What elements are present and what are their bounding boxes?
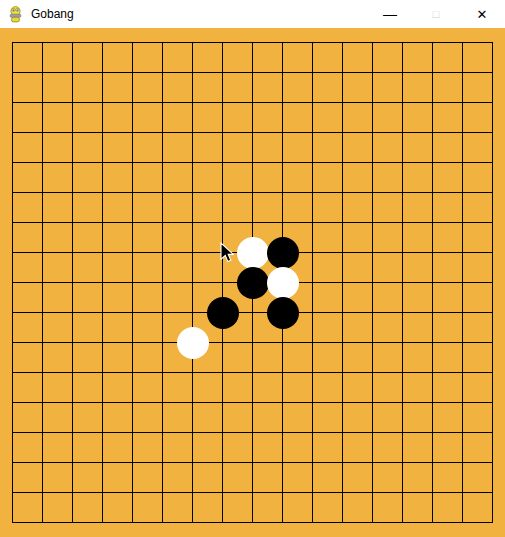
grid-cell[interactable] bbox=[72, 162, 102, 192]
grid-cell[interactable] bbox=[372, 72, 402, 102]
grid-cell[interactable] bbox=[72, 402, 102, 432]
black-stone bbox=[267, 237, 299, 269]
grid-cell[interactable] bbox=[402, 432, 432, 462]
grid-cell[interactable] bbox=[132, 342, 162, 372]
grid-cell[interactable] bbox=[312, 72, 342, 102]
grid-cell[interactable] bbox=[192, 42, 222, 72]
grid-cell[interactable] bbox=[372, 492, 402, 522]
grid-cell[interactable] bbox=[252, 492, 282, 522]
grid-cell[interactable] bbox=[162, 252, 192, 282]
grid-cell[interactable] bbox=[342, 462, 372, 492]
grid-cell[interactable] bbox=[432, 462, 462, 492]
grid-cell[interactable] bbox=[222, 342, 252, 372]
grid-cell[interactable] bbox=[312, 462, 342, 492]
grid-cell[interactable] bbox=[462, 342, 492, 372]
grid-cell[interactable] bbox=[342, 102, 372, 132]
grid-cell[interactable] bbox=[192, 72, 222, 102]
close-button[interactable]: ✕ bbox=[459, 0, 505, 28]
grid-cell[interactable] bbox=[402, 312, 432, 342]
grid-cell[interactable] bbox=[162, 132, 192, 162]
grid-cell[interactable] bbox=[252, 102, 282, 132]
grid-cell[interactable] bbox=[102, 162, 132, 192]
grid-cell[interactable] bbox=[222, 192, 252, 222]
grid-cell[interactable] bbox=[42, 192, 72, 222]
grid-cell[interactable] bbox=[282, 402, 312, 432]
grid-cell[interactable] bbox=[12, 282, 42, 312]
grid-cell[interactable] bbox=[252, 462, 282, 492]
grid-cell[interactable] bbox=[282, 372, 312, 402]
grid-cell[interactable] bbox=[402, 192, 432, 222]
grid-cell[interactable] bbox=[282, 132, 312, 162]
black-stone bbox=[267, 297, 299, 329]
grid-cell[interactable] bbox=[192, 252, 222, 282]
grid-cell[interactable] bbox=[72, 462, 102, 492]
grid-cell[interactable] bbox=[12, 342, 42, 372]
grid-cell[interactable] bbox=[462, 312, 492, 342]
grid-cell[interactable] bbox=[432, 102, 462, 132]
grid-cell[interactable] bbox=[372, 192, 402, 222]
grid-cell[interactable] bbox=[372, 372, 402, 402]
grid-cell[interactable] bbox=[372, 222, 402, 252]
grid-cell[interactable] bbox=[162, 282, 192, 312]
grid-cell[interactable] bbox=[432, 282, 462, 312]
grid-cell[interactable] bbox=[42, 342, 72, 372]
grid-cell[interactable] bbox=[282, 72, 312, 102]
grid-cell[interactable] bbox=[12, 402, 42, 432]
grid-cell[interactable] bbox=[342, 192, 372, 222]
grid-cell[interactable] bbox=[42, 102, 72, 132]
grid-cell[interactable] bbox=[342, 402, 372, 432]
grid-cell[interactable] bbox=[162, 42, 192, 72]
grid-cell[interactable] bbox=[432, 342, 462, 372]
grid-cell[interactable] bbox=[42, 252, 72, 282]
grid-cell[interactable] bbox=[132, 492, 162, 522]
grid-cell[interactable] bbox=[282, 42, 312, 72]
grid-cell[interactable] bbox=[192, 462, 222, 492]
grid-cell[interactable] bbox=[72, 282, 102, 312]
grid-cell[interactable] bbox=[282, 462, 312, 492]
grid-cell[interactable] bbox=[132, 132, 162, 162]
grid-cell[interactable] bbox=[252, 192, 282, 222]
pygame-snake-icon bbox=[7, 6, 24, 23]
grid-cell[interactable] bbox=[312, 312, 342, 342]
grid-cell[interactable] bbox=[252, 342, 282, 372]
grid-cell[interactable] bbox=[432, 252, 462, 282]
grid-cell[interactable] bbox=[312, 162, 342, 192]
grid-cell[interactable] bbox=[102, 132, 132, 162]
grid-cell[interactable] bbox=[372, 162, 402, 192]
grid-cell[interactable] bbox=[12, 162, 42, 192]
grid-cell[interactable] bbox=[372, 132, 402, 162]
grid-cell[interactable] bbox=[432, 42, 462, 72]
grid-cell[interactable] bbox=[432, 402, 462, 432]
grid-cell[interactable] bbox=[102, 342, 132, 372]
grid-cell[interactable] bbox=[162, 402, 192, 432]
grid-cell[interactable] bbox=[42, 282, 72, 312]
grid-cell[interactable] bbox=[342, 282, 372, 312]
grid-cell[interactable] bbox=[462, 102, 492, 132]
grid-cell[interactable] bbox=[462, 252, 492, 282]
grid-cell[interactable] bbox=[42, 462, 72, 492]
grid-cell[interactable] bbox=[252, 42, 282, 72]
grid-cell[interactable] bbox=[222, 432, 252, 462]
grid-cell[interactable] bbox=[372, 342, 402, 372]
grid-cell[interactable] bbox=[312, 432, 342, 462]
grid-cell[interactable] bbox=[222, 72, 252, 102]
grid-cell[interactable] bbox=[342, 342, 372, 372]
grid-cell[interactable] bbox=[342, 372, 372, 402]
grid-cell[interactable] bbox=[372, 282, 402, 312]
grid-cell[interactable] bbox=[132, 162, 162, 192]
grid-cell[interactable] bbox=[72, 372, 102, 402]
grid-cell[interactable] bbox=[372, 102, 402, 132]
grid-cell[interactable] bbox=[162, 162, 192, 192]
grid-cell[interactable] bbox=[132, 282, 162, 312]
grid-cell[interactable] bbox=[162, 462, 192, 492]
grid-cell[interactable] bbox=[162, 102, 192, 132]
grid-cell[interactable] bbox=[402, 462, 432, 492]
grid-cell[interactable] bbox=[462, 132, 492, 162]
grid-cell[interactable] bbox=[192, 162, 222, 192]
grid-cell[interactable] bbox=[222, 402, 252, 432]
grid-cell[interactable] bbox=[222, 102, 252, 132]
grid-cell[interactable] bbox=[12, 312, 42, 342]
grid-cell[interactable] bbox=[222, 492, 252, 522]
grid-cell[interactable] bbox=[342, 432, 372, 462]
grid-cell[interactable] bbox=[462, 192, 492, 222]
grid-cell[interactable] bbox=[372, 432, 402, 462]
grid-cell[interactable] bbox=[132, 462, 162, 492]
grid-cell[interactable] bbox=[432, 222, 462, 252]
grid-cell[interactable] bbox=[222, 42, 252, 72]
grid-cell[interactable] bbox=[312, 102, 342, 132]
grid-cell[interactable] bbox=[12, 372, 42, 402]
black-stone bbox=[237, 267, 269, 299]
grid-cell[interactable] bbox=[102, 282, 132, 312]
grid-cell[interactable] bbox=[132, 192, 162, 222]
grid-cell[interactable] bbox=[192, 432, 222, 462]
grid-cell[interactable] bbox=[282, 192, 312, 222]
grid-cell[interactable] bbox=[372, 462, 402, 492]
grid-cell[interactable] bbox=[402, 42, 432, 72]
grid-cell[interactable] bbox=[12, 432, 42, 462]
grid-cell[interactable] bbox=[432, 132, 462, 162]
grid-cell[interactable] bbox=[462, 372, 492, 402]
gobang-window: Gobang — □ ✕ bbox=[0, 0, 505, 537]
grid-cell[interactable] bbox=[42, 372, 72, 402]
grid-cell[interactable] bbox=[432, 492, 462, 522]
grid-cell[interactable] bbox=[312, 222, 342, 252]
grid-cell[interactable] bbox=[72, 342, 102, 372]
grid-cell[interactable] bbox=[72, 312, 102, 342]
grid-cell[interactable] bbox=[402, 402, 432, 432]
grid-cell[interactable] bbox=[402, 342, 432, 372]
grid-cell[interactable] bbox=[12, 102, 42, 132]
grid-cell[interactable] bbox=[162, 192, 192, 222]
grid-cell[interactable] bbox=[72, 132, 102, 162]
grid-cell[interactable] bbox=[402, 372, 432, 402]
grid-cell[interactable] bbox=[222, 462, 252, 492]
grid-cell[interactable] bbox=[102, 192, 132, 222]
grid-cell[interactable] bbox=[12, 462, 42, 492]
grid-cell[interactable] bbox=[102, 402, 132, 432]
grid-cell[interactable] bbox=[132, 72, 162, 102]
grid-cell[interactable] bbox=[342, 132, 372, 162]
grid-cell[interactable] bbox=[342, 162, 372, 192]
grid-cell[interactable] bbox=[132, 312, 162, 342]
grid-cell[interactable] bbox=[402, 252, 432, 282]
grid-cell[interactable] bbox=[312, 342, 342, 372]
grid-cell[interactable] bbox=[252, 132, 282, 162]
grid-cell[interactable] bbox=[132, 42, 162, 72]
grid-cell[interactable] bbox=[102, 462, 132, 492]
grid-cell[interactable] bbox=[42, 42, 72, 72]
grid-cell[interactable] bbox=[192, 402, 222, 432]
black-stone bbox=[207, 297, 239, 329]
grid-cell[interactable] bbox=[222, 162, 252, 192]
grid-cell[interactable] bbox=[402, 132, 432, 162]
grid-cell[interactable] bbox=[102, 372, 132, 402]
grid-cell[interactable] bbox=[132, 222, 162, 252]
grid-cell[interactable] bbox=[102, 102, 132, 132]
grid-cell[interactable] bbox=[252, 372, 282, 402]
grid-cell[interactable] bbox=[12, 192, 42, 222]
grid-cell[interactable] bbox=[192, 132, 222, 162]
grid-cell[interactable] bbox=[462, 432, 492, 462]
grid-cell[interactable] bbox=[162, 372, 192, 402]
grid-cell[interactable] bbox=[102, 72, 132, 102]
grid-cell[interactable] bbox=[132, 102, 162, 132]
grid-cell[interactable] bbox=[282, 102, 312, 132]
grid-cell[interactable] bbox=[222, 132, 252, 162]
grid-cell[interactable] bbox=[342, 72, 372, 102]
grid-cell[interactable] bbox=[372, 312, 402, 342]
grid-cell[interactable] bbox=[72, 102, 102, 132]
grid-cell[interactable] bbox=[42, 402, 72, 432]
grid-cell[interactable] bbox=[402, 72, 432, 102]
grid-cell[interactable] bbox=[12, 42, 42, 72]
white-stone bbox=[267, 267, 299, 299]
grid-cell[interactable] bbox=[312, 402, 342, 432]
grid-cell[interactable] bbox=[342, 312, 372, 342]
grid-cell[interactable] bbox=[42, 72, 72, 102]
grid-cell[interactable] bbox=[162, 72, 192, 102]
grid-cell[interactable] bbox=[312, 252, 342, 282]
grid-cell[interactable] bbox=[102, 492, 132, 522]
grid-cell[interactable] bbox=[462, 42, 492, 72]
grid-cell[interactable] bbox=[282, 162, 312, 192]
grid-cell[interactable] bbox=[312, 372, 342, 402]
grid-cell[interactable] bbox=[252, 432, 282, 462]
grid-cell[interactable] bbox=[462, 492, 492, 522]
grid-cell[interactable] bbox=[462, 282, 492, 312]
grid-cell[interactable] bbox=[132, 252, 162, 282]
grid-cell[interactable] bbox=[402, 162, 432, 192]
white-stone bbox=[177, 327, 209, 359]
grid-cell[interactable] bbox=[342, 252, 372, 282]
grid-cell[interactable] bbox=[102, 312, 132, 342]
grid-cell[interactable] bbox=[192, 372, 222, 402]
window-title: Gobang bbox=[31, 7, 74, 21]
grid-cell[interactable] bbox=[192, 102, 222, 132]
grid-cell[interactable] bbox=[162, 492, 192, 522]
grid-cell[interactable] bbox=[42, 222, 72, 252]
window-controls: — □ ✕ bbox=[367, 0, 505, 28]
goban-board[interactable] bbox=[0, 28, 505, 537]
grid-cell[interactable] bbox=[72, 222, 102, 252]
grid-cell[interactable] bbox=[372, 402, 402, 432]
grid-cell[interactable] bbox=[72, 192, 102, 222]
grid-cell[interactable] bbox=[42, 492, 72, 522]
grid-cell[interactable] bbox=[42, 132, 72, 162]
grid-cell[interactable] bbox=[42, 162, 72, 192]
grid-cell[interactable] bbox=[402, 492, 432, 522]
grid-cell[interactable] bbox=[342, 222, 372, 252]
grid-cell[interactable] bbox=[432, 372, 462, 402]
grid-cell[interactable] bbox=[132, 372, 162, 402]
grid-cell[interactable] bbox=[72, 42, 102, 72]
grid-cell[interactable] bbox=[162, 432, 192, 462]
grid-cell[interactable] bbox=[462, 402, 492, 432]
grid-cell[interactable] bbox=[402, 102, 432, 132]
maximize-button[interactable]: □ bbox=[413, 0, 459, 28]
grid-cell[interactable] bbox=[462, 72, 492, 102]
grid-cell[interactable] bbox=[282, 492, 312, 522]
grid-cell[interactable] bbox=[402, 282, 432, 312]
grid-cell[interactable] bbox=[252, 72, 282, 102]
titlebar: Gobang — □ ✕ bbox=[0, 0, 505, 28]
grid-cell[interactable] bbox=[282, 432, 312, 462]
grid-cell[interactable] bbox=[252, 162, 282, 192]
grid-cell[interactable] bbox=[42, 312, 72, 342]
grid-cell[interactable] bbox=[252, 402, 282, 432]
grid-cell[interactable] bbox=[462, 462, 492, 492]
grid-cell[interactable] bbox=[372, 42, 402, 72]
grid-cell[interactable] bbox=[12, 132, 42, 162]
white-stone bbox=[237, 237, 269, 269]
grid-cell[interactable] bbox=[12, 252, 42, 282]
grid-cell[interactable] bbox=[12, 222, 42, 252]
grid-cell[interactable] bbox=[432, 72, 462, 102]
grid-cell[interactable] bbox=[42, 432, 72, 462]
grid-cell[interactable] bbox=[192, 222, 222, 252]
grid-cell[interactable] bbox=[102, 222, 132, 252]
grid-cell[interactable] bbox=[132, 432, 162, 462]
grid-cell[interactable] bbox=[222, 372, 252, 402]
grid-cell[interactable] bbox=[102, 432, 132, 462]
grid-cell[interactable] bbox=[312, 132, 342, 162]
grid-cell[interactable] bbox=[312, 42, 342, 72]
grid-cell[interactable] bbox=[432, 312, 462, 342]
grid-cell[interactable] bbox=[102, 252, 132, 282]
grid-cell[interactable] bbox=[12, 492, 42, 522]
grid-cell[interactable] bbox=[72, 492, 102, 522]
grid-cell[interactable] bbox=[72, 432, 102, 462]
grid-cell[interactable] bbox=[462, 162, 492, 192]
grid-cell[interactable] bbox=[342, 492, 372, 522]
grid-cell[interactable] bbox=[132, 402, 162, 432]
grid-cell[interactable] bbox=[432, 432, 462, 462]
grid-cell[interactable] bbox=[312, 282, 342, 312]
grid-cell[interactable] bbox=[192, 192, 222, 222]
grid-cell[interactable] bbox=[312, 192, 342, 222]
grid-cell[interactable] bbox=[432, 162, 462, 192]
grid-cell[interactable] bbox=[462, 222, 492, 252]
grid-cell[interactable] bbox=[402, 222, 432, 252]
grid-cell[interactable] bbox=[102, 42, 132, 72]
grid-cell[interactable] bbox=[72, 72, 102, 102]
minimize-button[interactable]: — bbox=[367, 0, 413, 28]
grid-cell[interactable] bbox=[342, 42, 372, 72]
grid-cell[interactable] bbox=[312, 492, 342, 522]
grid-cell[interactable] bbox=[282, 342, 312, 372]
grid-cell[interactable] bbox=[162, 222, 192, 252]
grid-cell[interactable] bbox=[192, 492, 222, 522]
grid-cell[interactable] bbox=[72, 252, 102, 282]
grid-cell[interactable] bbox=[12, 72, 42, 102]
grid-cell[interactable] bbox=[432, 192, 462, 222]
grid-cell[interactable] bbox=[372, 252, 402, 282]
